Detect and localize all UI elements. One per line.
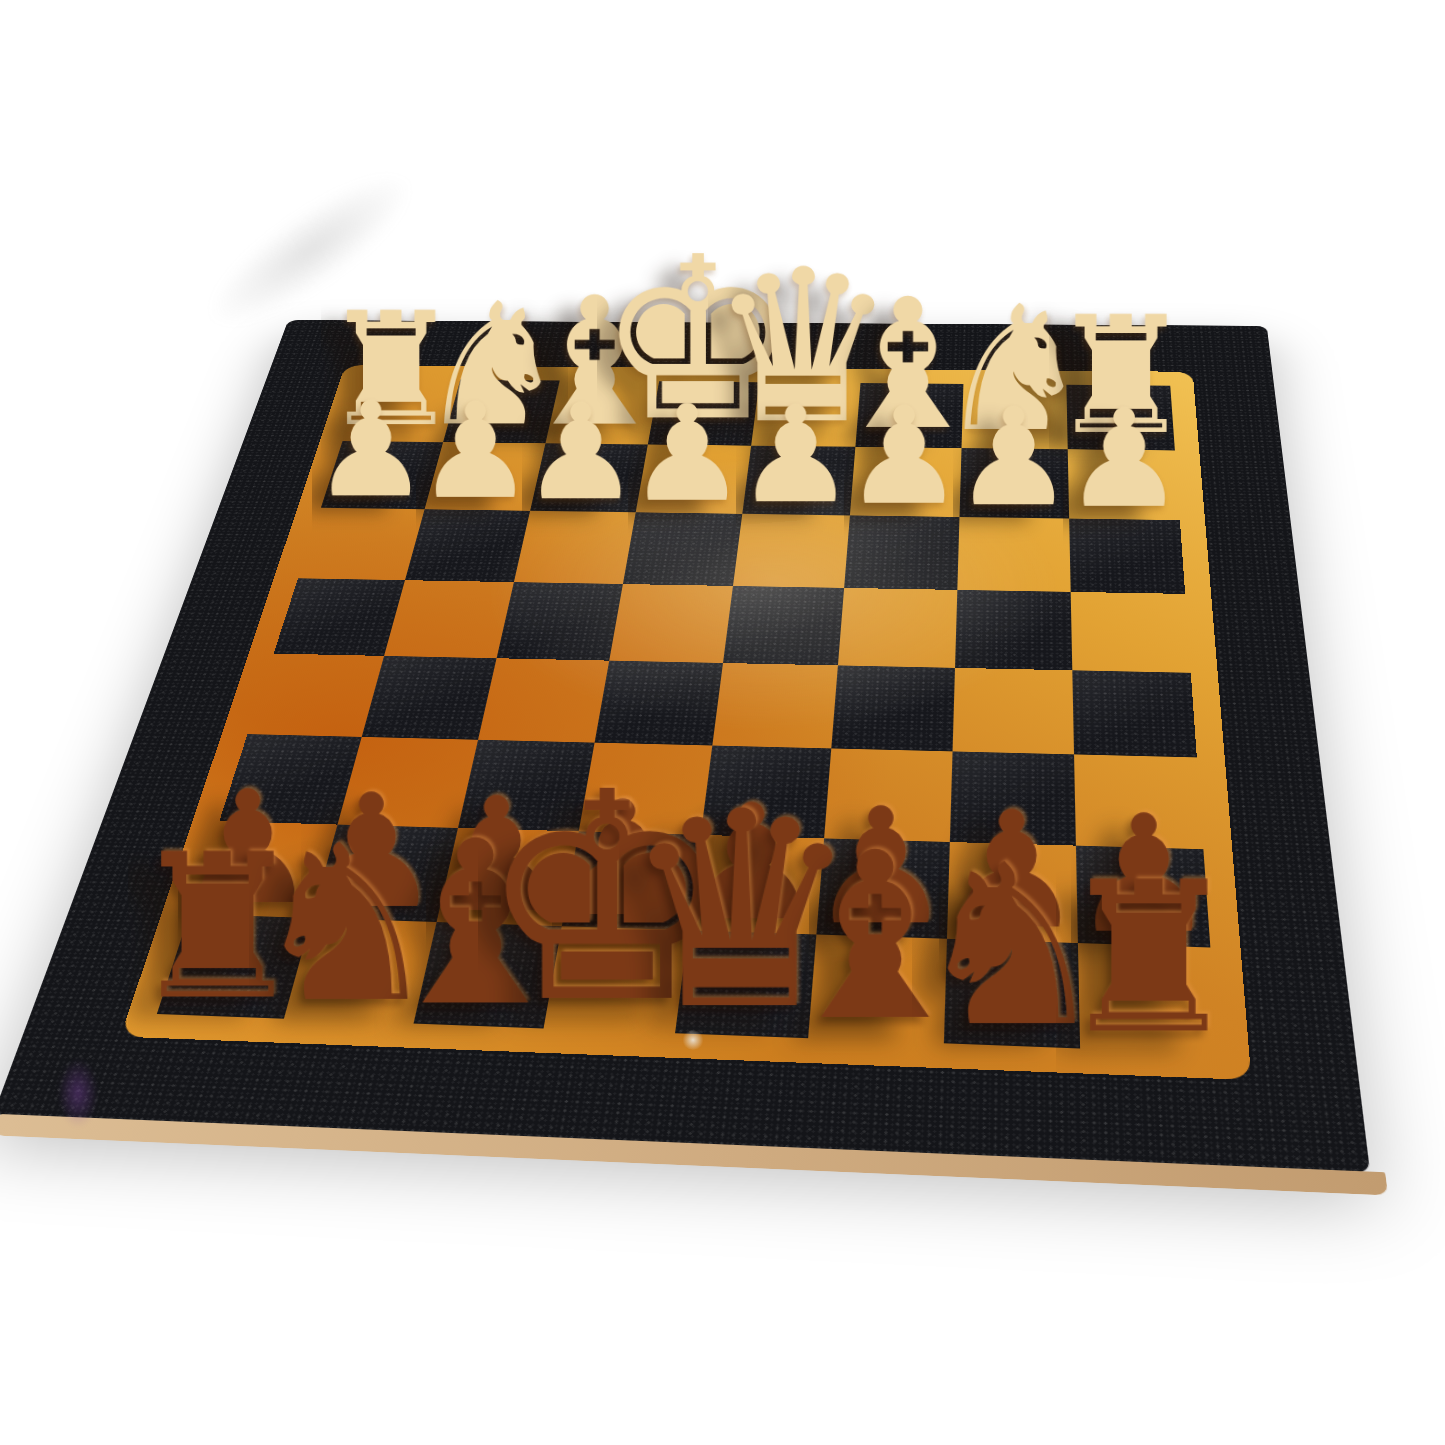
square-c4[interactable]: [838, 588, 957, 668]
piece-white-pawn-h2[interactable]: ♟: [312, 384, 430, 515]
square-b5[interactable]: [952, 668, 1074, 755]
piece-white-pawn-d2[interactable]: ♟: [735, 388, 855, 522]
board-grid: ♜♞♝♚♛♝♞♜♟♟♟♟♟♟♟♟♟♟♟♟♟♟♟♟♜♞♝♚♛♝♞♜: [157, 379, 1218, 1054]
square-a2[interactable]: ♟: [1067, 449, 1179, 519]
chess-board: ♜♞♝♚♛♝♞♜♟♟♟♟♟♟♟♟♟♟♟♟♟♟♟♟♜♞♝♚♛♝♞♜: [0, 320, 1370, 1174]
square-a5[interactable]: [1072, 670, 1197, 757]
square-d2[interactable]: ♟: [742, 446, 855, 515]
square-a8[interactable]: ♜: [1078, 943, 1218, 1054]
piece-white-pawn-b2[interactable]: ♟: [953, 390, 1074, 525]
piece-white-pawn-a2[interactable]: ♟: [1064, 391, 1186, 527]
board-surface: ♜♞♝♚♛♝♞♜♟♟♟♟♟♟♟♟♟♟♟♟♟♟♟♟♜♞♝♚♛♝♞♜: [0, 320, 1370, 1174]
square-c2[interactable]: ♟: [850, 447, 961, 517]
square-g5[interactable]: [362, 656, 496, 740]
piece-white-pawn-e2[interactable]: ♟: [628, 387, 747, 520]
square-e2[interactable]: ♟: [636, 445, 752, 514]
square-e4[interactable]: [609, 584, 733, 663]
photo-scene: ♜♞♝♚♛♝♞♜♟♟♟♟♟♟♟♟♟♟♟♟♟♟♟♟♜♞♝♚♛♝♞♜: [0, 0, 1445, 1445]
square-h5[interactable]: [247, 654, 384, 738]
square-f4[interactable]: [496, 582, 623, 661]
square-g4[interactable]: [384, 580, 513, 658]
piece-white-pawn-g2[interactable]: ♟: [416, 385, 534, 517]
square-b4[interactable]: [955, 590, 1073, 671]
square-b2[interactable]: ♟: [959, 448, 1069, 518]
gold-border: ♜♞♝♚♛♝♞♜♟♟♟♟♟♟♟♟♟♟♟♟♟♟♟♟♜♞♝♚♛♝♞♜: [120, 365, 1251, 1080]
square-d4[interactable]: [723, 586, 844, 666]
piece-white-pawn-f2[interactable]: ♟: [522, 386, 641, 518]
piece-black-rook-a8[interactable]: ♜: [1056, 855, 1242, 1063]
board-edge: [0, 1114, 1388, 1196]
square-h4[interactable]: [274, 578, 406, 656]
square-c5[interactable]: [832, 665, 955, 751]
piece-white-pawn-c2[interactable]: ♟: [844, 389, 964, 523]
square-a4[interactable]: [1070, 592, 1190, 673]
